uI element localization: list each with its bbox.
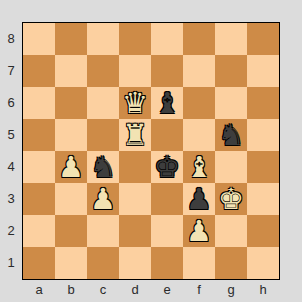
square-h6[interactable] [247, 87, 279, 119]
white-king[interactable]: ♚ [215, 183, 247, 215]
square-d1[interactable] [119, 247, 151, 279]
square-g3[interactable]: ♚ [215, 183, 247, 215]
file-label-h: h [247, 279, 279, 302]
square-d5[interactable]: ♜ [119, 119, 151, 151]
square-b1[interactable] [55, 247, 87, 279]
square-e6[interactable]: ♝ [151, 87, 183, 119]
square-g2[interactable] [215, 215, 247, 247]
square-d6[interactable]: ♛ [119, 87, 151, 119]
black-knight[interactable]: ♞ [215, 119, 247, 151]
square-h1[interactable] [247, 247, 279, 279]
file-labels: abcdefgh [23, 279, 279, 302]
black-knight[interactable]: ♞ [87, 151, 119, 183]
rank-label-7: 7 [0, 55, 22, 87]
square-d7[interactable] [119, 55, 151, 87]
square-c4[interactable]: ♞ [87, 151, 119, 183]
rank-label-4: 4 [0, 151, 22, 183]
square-b2[interactable] [55, 215, 87, 247]
square-h3[interactable] [247, 183, 279, 215]
square-b3[interactable] [55, 183, 87, 215]
square-f4[interactable]: ♝ [183, 151, 215, 183]
square-e3[interactable] [151, 183, 183, 215]
white-queen[interactable]: ♛ [119, 87, 151, 119]
square-d8[interactable] [119, 23, 151, 55]
file-label-a: a [23, 279, 55, 302]
square-f2[interactable]: ♟ [183, 215, 215, 247]
square-f7[interactable] [183, 55, 215, 87]
square-g1[interactable] [215, 247, 247, 279]
square-a4[interactable] [23, 151, 55, 183]
square-c8[interactable] [87, 23, 119, 55]
square-g6[interactable] [215, 87, 247, 119]
square-h5[interactable] [247, 119, 279, 151]
square-a8[interactable] [23, 23, 55, 55]
square-a6[interactable] [23, 87, 55, 119]
square-d3[interactable] [119, 183, 151, 215]
square-f3[interactable]: ♟ [183, 183, 215, 215]
file-label-b: b [55, 279, 87, 302]
square-c7[interactable] [87, 55, 119, 87]
square-f8[interactable] [183, 23, 215, 55]
white-rook[interactable]: ♜ [119, 119, 151, 151]
file-label-e: e [151, 279, 183, 302]
black-pawn[interactable]: ♟ [183, 183, 215, 215]
square-c1[interactable] [87, 247, 119, 279]
square-g7[interactable] [215, 55, 247, 87]
white-bishop[interactable]: ♝ [183, 151, 215, 183]
square-a2[interactable] [23, 215, 55, 247]
square-c3[interactable]: ♟ [87, 183, 119, 215]
square-h2[interactable] [247, 215, 279, 247]
square-e5[interactable] [151, 119, 183, 151]
rank-label-5: 5 [0, 119, 22, 151]
black-king[interactable]: ♚ [151, 151, 183, 183]
chess-board: ♛♝♜♞♟♞♚♝♟♟♚♟ [22, 22, 280, 280]
rank-label-6: 6 [0, 87, 22, 119]
square-a5[interactable] [23, 119, 55, 151]
rank-label-8: 8 [0, 23, 22, 55]
square-e2[interactable] [151, 215, 183, 247]
black-bishop[interactable]: ♝ [151, 87, 183, 119]
square-b8[interactable] [55, 23, 87, 55]
file-label-g: g [215, 279, 247, 302]
square-c2[interactable] [87, 215, 119, 247]
square-a7[interactable] [23, 55, 55, 87]
square-b6[interactable] [55, 87, 87, 119]
square-e1[interactable] [151, 247, 183, 279]
square-c6[interactable] [87, 87, 119, 119]
square-e8[interactable] [151, 23, 183, 55]
square-b5[interactable] [55, 119, 87, 151]
square-e4[interactable]: ♚ [151, 151, 183, 183]
square-h8[interactable] [247, 23, 279, 55]
square-f5[interactable] [183, 119, 215, 151]
file-label-f: f [183, 279, 215, 302]
square-b7[interactable] [55, 55, 87, 87]
square-b4[interactable]: ♟ [55, 151, 87, 183]
file-label-c: c [87, 279, 119, 302]
square-h7[interactable] [247, 55, 279, 87]
rank-label-3: 3 [0, 183, 22, 215]
square-d4[interactable] [119, 151, 151, 183]
square-g8[interactable] [215, 23, 247, 55]
chess-diagram: 87654321 ♛♝♜♞♟♞♚♝♟♟♚♟ abcdefgh [0, 0, 302, 302]
square-f6[interactable] [183, 87, 215, 119]
square-a3[interactable] [23, 183, 55, 215]
square-d2[interactable] [119, 215, 151, 247]
square-g5[interactable]: ♞ [215, 119, 247, 151]
white-pawn[interactable]: ♟ [55, 151, 87, 183]
square-g4[interactable] [215, 151, 247, 183]
square-c5[interactable] [87, 119, 119, 151]
square-h4[interactable] [247, 151, 279, 183]
rank-labels: 87654321 [0, 23, 22, 279]
file-label-d: d [119, 279, 151, 302]
square-e7[interactable] [151, 55, 183, 87]
square-f1[interactable] [183, 247, 215, 279]
rank-label-2: 2 [0, 215, 22, 247]
white-pawn[interactable]: ♟ [183, 215, 215, 247]
square-a1[interactable] [23, 247, 55, 279]
white-pawn[interactable]: ♟ [87, 183, 119, 215]
rank-label-1: 1 [0, 247, 22, 279]
